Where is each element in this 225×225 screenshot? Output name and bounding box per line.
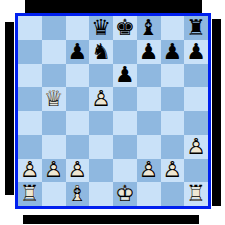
square-h5[interactable] (184, 87, 208, 111)
square-f1[interactable] (137, 182, 161, 206)
black-piece-glyph: ♟ (163, 41, 183, 63)
square-c6[interactable] (66, 64, 90, 88)
square-c7[interactable]: ♟ (66, 40, 90, 64)
white-piece-outline-glyph: ♙ (186, 136, 206, 158)
white-piece-outline-glyph: ♙ (68, 159, 88, 181)
square-h2[interactable] (184, 159, 208, 183)
square-f6[interactable] (137, 64, 161, 88)
frame-shadow-right (212, 19, 221, 206)
white-rook-h1[interactable]: ♜♖ (184, 182, 208, 206)
white-piece-outline-glyph: ♙ (44, 159, 64, 181)
black-piece-glyph: ♟ (139, 41, 159, 63)
white-piece-outline-glyph: ♗ (68, 183, 88, 205)
square-h4[interactable] (184, 111, 208, 135)
square-d4[interactable] (89, 111, 113, 135)
white-piece-outline-glyph: ♕ (44, 88, 64, 110)
black-pawn-h7[interactable]: ♟ (184, 40, 208, 64)
frame-shadow-top (25, 0, 202, 13)
square-h3[interactable]: ♟♙ (184, 135, 208, 159)
black-bishop-f8[interactable]: ♝ (137, 16, 161, 40)
white-piece-outline-glyph: ♔ (115, 183, 135, 205)
square-a2[interactable]: ♟♙ (18, 159, 42, 183)
white-piece-outline-glyph: ♙ (91, 88, 111, 110)
black-rook-h8[interactable]: ♜ (184, 16, 208, 40)
square-a3[interactable] (18, 135, 42, 159)
square-g6[interactable] (161, 64, 185, 88)
black-pawn-f7[interactable]: ♟ (137, 40, 161, 64)
square-a4[interactable] (18, 111, 42, 135)
white-piece-outline-glyph: ♖ (20, 183, 40, 205)
white-piece-outline-glyph: ♙ (139, 159, 159, 181)
square-b5[interactable]: ♛♕ (42, 87, 66, 111)
square-g2[interactable]: ♟♙ (161, 159, 185, 183)
square-c4[interactable] (66, 111, 90, 135)
square-f7[interactable]: ♟ (137, 40, 161, 64)
black-knight-d7[interactable]: ♞ (89, 40, 113, 64)
square-b8[interactable] (42, 16, 66, 40)
square-b1[interactable] (42, 182, 66, 206)
black-king-e8[interactable]: ♚ (113, 16, 137, 40)
white-pawn-g2[interactable]: ♟♙ (161, 159, 185, 183)
square-e8[interactable]: ♚ (113, 16, 137, 40)
square-e6[interactable]: ♟ (113, 64, 137, 88)
black-piece-glyph: ♝ (139, 17, 159, 39)
white-pawn-f2[interactable]: ♟♙ (137, 159, 161, 183)
square-a5[interactable] (18, 87, 42, 111)
black-piece-glyph: ♛ (91, 17, 111, 39)
square-b2[interactable]: ♟♙ (42, 159, 66, 183)
black-piece-glyph: ♟ (186, 41, 206, 63)
square-e4[interactable] (113, 111, 137, 135)
black-piece-glyph: ♜ (186, 17, 206, 39)
square-c2[interactable]: ♟♙ (66, 159, 90, 183)
square-a6[interactable] (18, 64, 42, 88)
white-piece-outline-glyph: ♙ (20, 159, 40, 181)
black-pawn-e6[interactable]: ♟ (113, 64, 137, 88)
square-b7[interactable] (42, 40, 66, 64)
square-a1[interactable]: ♜♖ (18, 182, 42, 206)
black-pawn-c7[interactable]: ♟ (66, 40, 90, 64)
white-pawn-d5[interactable]: ♟♙ (89, 87, 113, 111)
square-d7[interactable]: ♞ (89, 40, 113, 64)
white-queen-b5[interactable]: ♛♕ (42, 87, 66, 111)
square-f5[interactable] (137, 87, 161, 111)
black-pawn-g7[interactable]: ♟ (161, 40, 185, 64)
square-c5[interactable] (66, 87, 90, 111)
square-g5[interactable] (161, 87, 185, 111)
white-rook-a1[interactable]: ♜♖ (18, 182, 42, 206)
white-piece-outline-glyph: ♙ (163, 159, 183, 181)
black-piece-glyph: ♟ (115, 64, 135, 86)
white-pawn-a2[interactable]: ♟♙ (18, 159, 42, 183)
black-piece-glyph: ♚ (115, 17, 135, 39)
square-c1[interactable]: ♝♗ (66, 182, 90, 206)
square-f2[interactable]: ♟♙ (137, 159, 161, 183)
white-bishop-c1[interactable]: ♝♗ (66, 182, 90, 206)
square-d5[interactable]: ♟♙ (89, 87, 113, 111)
square-g7[interactable]: ♟ (161, 40, 185, 64)
square-g4[interactable] (161, 111, 185, 135)
square-a8[interactable] (18, 16, 42, 40)
square-c8[interactable] (66, 16, 90, 40)
square-b4[interactable] (42, 111, 66, 135)
square-e2[interactable] (113, 159, 137, 183)
square-h1[interactable]: ♜♖ (184, 182, 208, 206)
square-b3[interactable] (42, 135, 66, 159)
square-d6[interactable] (89, 64, 113, 88)
chess-board: ♛♚♝♜♟♞♟♟♟♟♛♕♟♙♟♙♟♙♟♙♟♙♟♙♟♙♜♖♝♗♚♔♜♖ (15, 13, 211, 209)
white-piece-outline-glyph: ♖ (186, 183, 206, 205)
square-g1[interactable] (161, 182, 185, 206)
square-c3[interactable] (66, 135, 90, 159)
black-queen-d8[interactable]: ♛ (89, 16, 113, 40)
black-piece-glyph: ♞ (91, 41, 111, 63)
square-g3[interactable] (161, 135, 185, 159)
frame-shadow-bottom (23, 215, 199, 224)
square-g8[interactable] (161, 16, 185, 40)
diagram-canvas: { "game": "chess", "diagram": "static ch… (0, 0, 225, 225)
square-d2[interactable] (89, 159, 113, 183)
square-f8[interactable]: ♝ (137, 16, 161, 40)
square-h8[interactable]: ♜ (184, 16, 208, 40)
square-d8[interactable]: ♛ (89, 16, 113, 40)
square-e7[interactable] (113, 40, 137, 64)
square-b6[interactable] (42, 64, 66, 88)
square-d1[interactable] (89, 182, 113, 206)
square-e1[interactable]: ♚♔ (113, 182, 137, 206)
square-e3[interactable] (113, 135, 137, 159)
white-pawn-c2[interactable]: ♟♙ (66, 159, 90, 183)
black-piece-glyph: ♟ (68, 41, 88, 63)
frame-shadow-left (5, 22, 14, 195)
square-f3[interactable] (137, 135, 161, 159)
square-f4[interactable] (137, 111, 161, 135)
white-pawn-h3[interactable]: ♟♙ (184, 135, 208, 159)
square-h6[interactable] (184, 64, 208, 88)
square-a7[interactable] (18, 40, 42, 64)
square-e5[interactable] (113, 87, 137, 111)
white-pawn-b2[interactable]: ♟♙ (42, 159, 66, 183)
white-king-e1[interactable]: ♚♔ (113, 182, 137, 206)
square-d3[interactable] (89, 135, 113, 159)
square-h7[interactable]: ♟ (184, 40, 208, 64)
